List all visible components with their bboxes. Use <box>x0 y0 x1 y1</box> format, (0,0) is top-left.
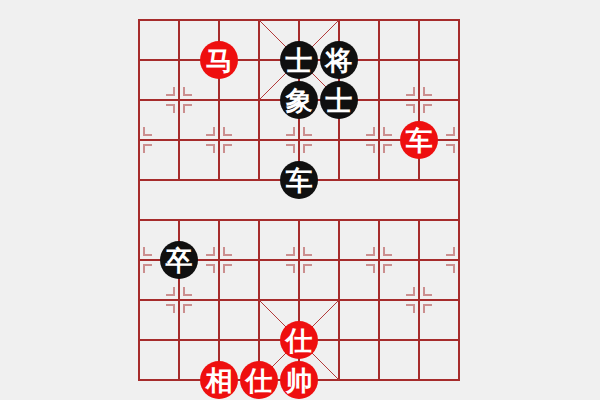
point-marker <box>144 127 152 135</box>
point-marker <box>206 265 214 273</box>
point-marker <box>384 247 392 255</box>
point-marker <box>406 105 414 113</box>
point-marker <box>224 127 232 135</box>
red-horse[interactable]: 马 <box>200 41 238 79</box>
point-marker <box>366 145 374 153</box>
black-pawn[interactable]: 卒 <box>160 241 198 279</box>
point-marker <box>144 265 152 273</box>
point-marker <box>446 145 454 153</box>
point-marker <box>166 105 174 113</box>
xiangqi-board[interactable]: 马车仕仕相帅士将象士车卒 <box>0 0 600 400</box>
black-advisor[interactable]: 士 <box>280 41 318 79</box>
point-marker <box>446 265 454 273</box>
point-marker <box>366 127 374 135</box>
point-marker <box>446 247 454 255</box>
point-marker <box>424 105 432 113</box>
red-general[interactable]: 帅 <box>280 361 318 399</box>
point-marker <box>144 145 152 153</box>
black-general[interactable]: 将 <box>320 41 358 79</box>
point-marker <box>304 247 312 255</box>
point-marker <box>406 305 414 313</box>
black-elephant[interactable]: 象 <box>280 81 318 119</box>
point-marker <box>206 127 214 135</box>
red-chariot[interactable]: 车 <box>400 121 438 159</box>
point-marker <box>406 287 414 295</box>
point-marker <box>184 287 192 295</box>
point-marker <box>166 287 174 295</box>
point-marker <box>184 105 192 113</box>
point-marker <box>384 145 392 153</box>
xiangqi-screenshot: 马车仕仕相帅士将象士车卒 <box>0 0 600 400</box>
point-marker <box>206 145 214 153</box>
point-marker <box>424 87 432 95</box>
point-marker <box>304 265 312 273</box>
point-marker <box>286 265 294 273</box>
point-marker <box>224 247 232 255</box>
black-chariot[interactable]: 车 <box>280 161 318 199</box>
point-marker <box>286 247 294 255</box>
point-marker <box>224 145 232 153</box>
point-marker <box>424 287 432 295</box>
point-marker <box>224 265 232 273</box>
point-marker <box>184 87 192 95</box>
point-marker <box>424 305 432 313</box>
point-marker <box>286 127 294 135</box>
point-marker <box>384 265 392 273</box>
red-advisor[interactable]: 仕 <box>280 321 318 359</box>
point-marker <box>366 265 374 273</box>
red-elephant[interactable]: 相 <box>200 361 238 399</box>
black-advisor[interactable]: 士 <box>320 81 358 119</box>
point-marker <box>446 127 454 135</box>
point-marker <box>166 87 174 95</box>
point-marker <box>166 305 174 313</box>
point-marker <box>144 247 152 255</box>
point-marker <box>366 247 374 255</box>
point-marker <box>184 305 192 313</box>
point-marker <box>304 127 312 135</box>
point-marker <box>286 145 294 153</box>
point-marker <box>304 145 312 153</box>
point-marker <box>384 127 392 135</box>
point-marker <box>406 87 414 95</box>
point-marker <box>206 247 214 255</box>
red-advisor[interactable]: 仕 <box>240 361 278 399</box>
